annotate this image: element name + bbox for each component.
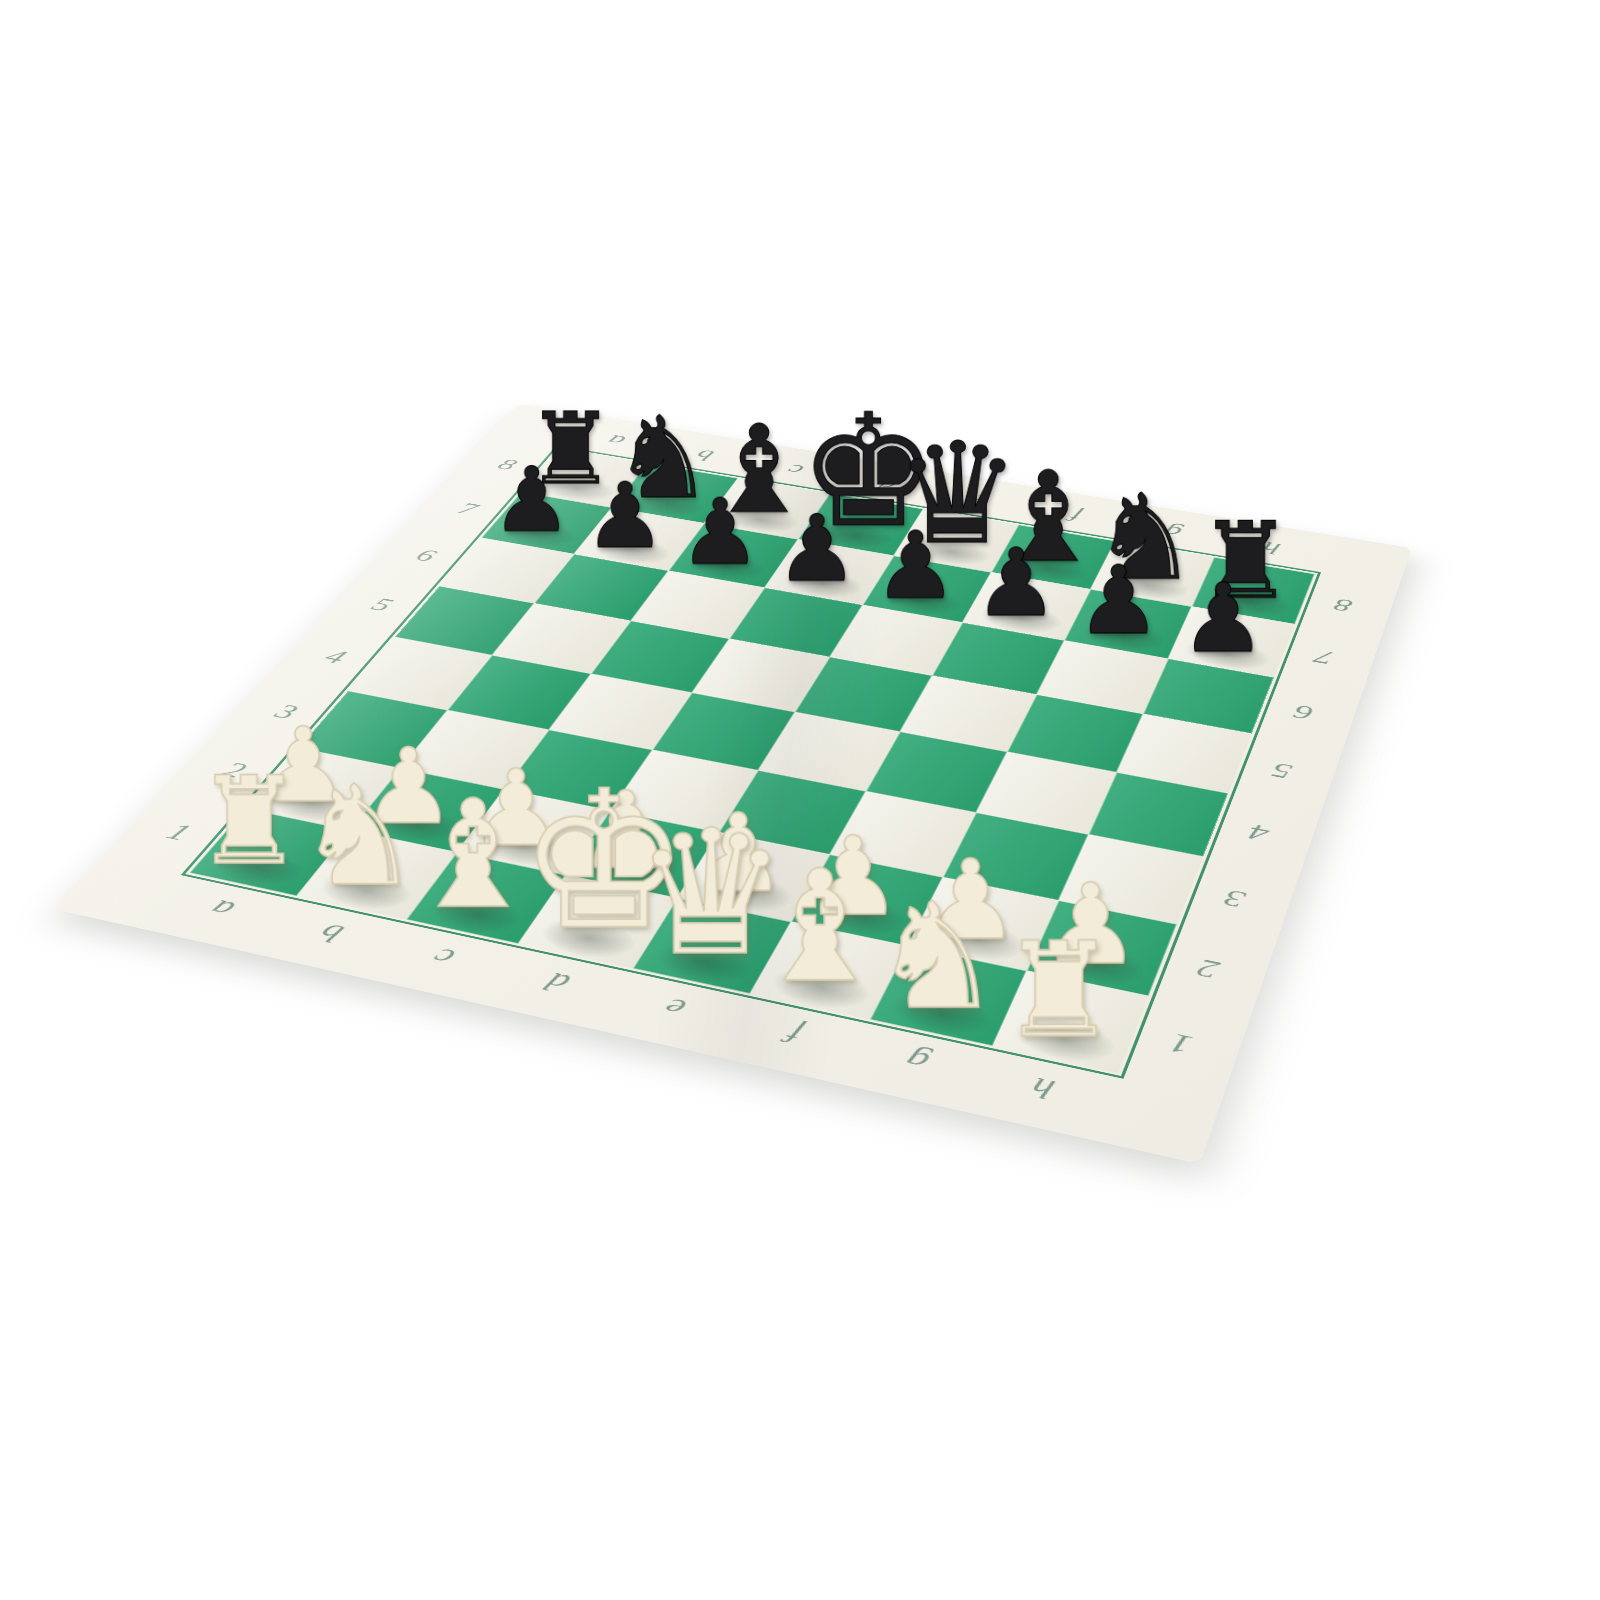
piece-white-bishop-f1[interactable]: ♝ xyxy=(751,857,877,998)
piece-black-pawn-b7[interactable]: ♟ xyxy=(575,474,676,557)
piece-black-pawn-c7[interactable]: ♟ xyxy=(669,490,771,574)
piece-black-pawn-d7[interactable]: ♟ xyxy=(765,506,868,591)
piece-white-rook-h1[interactable]: ♜ xyxy=(994,930,1123,1051)
piece-white-bishop-c1[interactable]: ♝ xyxy=(407,787,529,924)
piece-black-pawn-e7[interactable]: ♟ xyxy=(864,523,968,608)
chess-mat: ♜♞♝♚♛♝♞♜♟♟♟♟♟♟♟♟♟♟♟♟♟♟♟♟♜♞♝♚♛♝♞♜ abcdefg… xyxy=(53,403,1412,1164)
piece-black-pawn-g7[interactable]: ♟ xyxy=(1066,557,1172,644)
piece-white-knight-b1[interactable]: ♞ xyxy=(297,773,418,900)
piece-black-pawn-a7[interactable]: ♟ xyxy=(482,459,582,541)
piece-white-king-d1[interactable]: ♚ xyxy=(519,773,642,948)
piece-white-rook-a1[interactable]: ♜ xyxy=(189,765,308,877)
piece-white-knight-g1[interactable]: ♞ xyxy=(871,890,999,1024)
piece-white-queen-e1[interactable]: ♛ xyxy=(634,814,759,973)
piece-black-pawn-f7[interactable]: ♟ xyxy=(964,540,1069,626)
product-photo-stage: Product photo: green and white roll-up v… xyxy=(0,0,1600,1600)
piece-black-pawn-h7[interactable]: ♟ xyxy=(1170,574,1277,662)
square-h5[interactable] xyxy=(1117,714,1252,793)
